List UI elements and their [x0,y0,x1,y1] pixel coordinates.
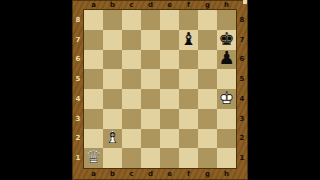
square-c1[interactable] [122,148,141,168]
square-g6[interactable] [198,50,217,70]
black-king-glyph: ♚ [217,30,236,48]
square-b5[interactable] [103,69,122,89]
square-e7[interactable] [160,30,179,50]
rank-labels-right: 87654321 [236,10,248,168]
file-label-h-bottom: h [217,168,236,180]
square-d2[interactable] [141,129,160,149]
rank-label-1-right: 1 [236,148,248,168]
square-e5[interactable] [160,69,179,89]
piece-white-king-h4[interactable]: ♚♔ [217,89,236,109]
square-h8[interactable] [217,10,236,30]
square-c4[interactable] [122,89,141,109]
rank-label-1-left: 1 [72,148,84,168]
square-a6[interactable] [84,50,103,70]
square-c8[interactable] [122,10,141,30]
file-label-d-top: d [141,0,160,10]
square-a5[interactable] [84,69,103,89]
square-f1[interactable] [179,148,198,168]
file-label-a-top: a [84,0,103,10]
file-label-d-bottom: d [141,168,160,180]
square-d3[interactable] [141,109,160,129]
rank-label-5-right: 5 [236,69,248,89]
square-d5[interactable] [141,69,160,89]
square-g2[interactable] [198,129,217,149]
file-label-b-bottom: b [103,168,122,180]
square-f7[interactable]: ♝ [179,30,198,50]
square-e1[interactable] [160,148,179,168]
square-h5[interactable] [217,69,236,89]
square-f3[interactable] [179,109,198,129]
rank-label-7-left: 7 [72,30,84,50]
square-f6[interactable] [179,50,198,70]
piece-black-pawn-h6[interactable]: ♟ [217,50,236,70]
white-king-glyph-outline: ♔ [217,89,236,107]
file-label-g-top: g [198,0,217,10]
piece-black-king-h7[interactable]: ♚ [217,30,236,50]
rank-labels-left: 87654321 [72,10,84,168]
board-grid: ♝♚♟♚♔♝♗♛♕ [84,10,236,168]
square-d6[interactable] [141,50,160,70]
file-label-h-top: h [217,0,236,10]
file-label-e-top: e [160,0,179,10]
square-g1[interactable] [198,148,217,168]
square-h2[interactable] [217,129,236,149]
board-corner-notch [243,0,247,4]
square-a8[interactable] [84,10,103,30]
rank-label-3-left: 3 [72,109,84,129]
black-pawn-glyph: ♟ [217,50,236,68]
file-label-a-bottom: a [84,168,103,180]
file-labels-bottom: abcdefgh [84,168,236,180]
square-c6[interactable] [122,50,141,70]
square-c3[interactable] [122,109,141,129]
square-e8[interactable] [160,10,179,30]
square-a3[interactable] [84,109,103,129]
square-b7[interactable] [103,30,122,50]
rank-label-2-left: 2 [72,129,84,149]
square-h3[interactable] [217,109,236,129]
square-d8[interactable] [141,10,160,30]
square-a2[interactable] [84,129,103,149]
file-label-c-top: c [122,0,141,10]
square-d1[interactable] [141,148,160,168]
square-g7[interactable] [198,30,217,50]
square-f2[interactable] [179,129,198,149]
rank-label-3-right: 3 [236,109,248,129]
square-a1[interactable]: ♛♕ [84,148,103,168]
square-e2[interactable] [160,129,179,149]
chess-board: abcdefgh abcdefgh 87654321 87654321 ♝♚♟♚… [72,0,248,180]
rank-label-2-right: 2 [236,129,248,149]
rank-label-7-right: 7 [236,30,248,50]
square-b1[interactable] [103,148,122,168]
file-labels-top: abcdefgh [84,0,236,10]
square-b6[interactable] [103,50,122,70]
file-label-e-bottom: e [160,168,179,180]
square-a4[interactable] [84,89,103,109]
square-d7[interactable] [141,30,160,50]
square-g4[interactable] [198,89,217,109]
square-e3[interactable] [160,109,179,129]
square-c5[interactable] [122,69,141,89]
square-h4[interactable]: ♚♔ [217,89,236,109]
square-h7[interactable]: ♚ [217,30,236,50]
square-f8[interactable] [179,10,198,30]
square-b2[interactable]: ♝♗ [103,129,122,149]
rank-label-6-right: 6 [236,50,248,70]
square-d4[interactable] [141,89,160,109]
rank-label-8-left: 8 [72,10,84,30]
piece-white-bishop-b2[interactable]: ♝♗ [103,129,122,149]
rank-label-4-left: 4 [72,89,84,109]
square-e6[interactable] [160,50,179,70]
file-label-c-bottom: c [122,168,141,180]
rank-label-6-left: 6 [72,50,84,70]
square-a7[interactable] [84,30,103,50]
rank-label-5-left: 5 [72,69,84,89]
rank-label-8-right: 8 [236,10,248,30]
white-bishop-glyph-outline: ♗ [103,129,122,147]
square-b3[interactable] [103,109,122,129]
file-label-b-top: b [103,0,122,10]
piece-black-bishop-f7[interactable]: ♝ [179,30,198,50]
chess-thumbnail-canvas: abcdefgh abcdefgh 87654321 87654321 ♝♚♟♚… [0,0,320,180]
square-b4[interactable] [103,89,122,109]
white-queen-glyph-outline: ♕ [84,149,103,167]
square-e4[interactable] [160,89,179,109]
square-f5[interactable] [179,69,198,89]
square-h1[interactable] [217,148,236,168]
file-label-g-bottom: g [198,168,217,180]
square-b8[interactable] [103,10,122,30]
square-f4[interactable] [179,89,198,109]
square-h6[interactable]: ♟ [217,50,236,70]
square-c7[interactable] [122,30,141,50]
file-label-f-bottom: f [179,168,198,180]
black-bishop-glyph: ♝ [179,30,198,48]
file-label-f-top: f [179,0,198,10]
square-g3[interactable] [198,109,217,129]
square-c2[interactable] [122,129,141,149]
square-g5[interactable] [198,69,217,89]
piece-white-queen-a1[interactable]: ♛♕ [84,148,103,168]
rank-label-4-right: 4 [236,89,248,109]
square-g8[interactable] [198,10,217,30]
